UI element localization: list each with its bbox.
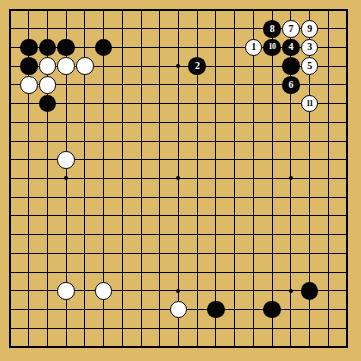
grid-line-v-11 [215, 9, 216, 348]
white-stone-k3[interactable] [170, 301, 188, 319]
black-stone-b16[interactable] [20, 57, 38, 75]
white-stone-d11[interactable] [57, 151, 75, 169]
grid-line-h-17 [9, 328, 348, 329]
grid-line-h-18 [9, 346, 348, 348]
black-stone-m3[interactable] [207, 301, 225, 319]
star-point [176, 64, 180, 68]
grid-line-v-14 [272, 9, 273, 348]
move-number: 8 [270, 23, 275, 33]
move-5-white-stone-r16[interactable]: 5 [301, 57, 319, 75]
move-number: 6 [289, 79, 294, 89]
black-stone-f17[interactable] [95, 39, 113, 57]
move-3-white-stone-r17[interactable]: 3 [301, 39, 319, 57]
move-1-white-stone-o17[interactable]: 1 [245, 39, 263, 57]
grid-line-h-14 [9, 272, 348, 273]
move-number: 2 [195, 61, 200, 71]
white-stone-c16[interactable] [39, 57, 57, 75]
white-stone-b15[interactable] [20, 76, 38, 94]
white-stone-d16[interactable] [57, 57, 75, 75]
move-2-black-stone-l16[interactable]: 2 [188, 57, 206, 75]
move-number: 7 [289, 23, 294, 33]
go-board-diagram: 1234567891011 [0, 0, 361, 361]
black-stone-p3[interactable] [263, 301, 281, 319]
move-number: 11 [306, 99, 313, 107]
grid-line-v-18 [346, 9, 348, 348]
black-stone-r4[interactable] [301, 282, 319, 300]
star-point [176, 176, 180, 180]
grid-line-v-13 [253, 9, 254, 348]
star-point [289, 289, 293, 293]
black-stone-q16[interactable] [282, 57, 300, 75]
move-number: 9 [307, 23, 312, 33]
black-stone-d17[interactable] [57, 39, 75, 57]
move-number: 10 [269, 43, 276, 51]
white-stone-c15[interactable] [39, 76, 57, 94]
move-9-white-stone-r18[interactable]: 9 [301, 20, 319, 38]
black-stone-c17[interactable] [39, 39, 57, 57]
grid-line-h-13 [9, 253, 348, 254]
move-number: 1 [251, 42, 256, 52]
star-point [64, 176, 68, 180]
move-4-black-stone-q17[interactable]: 4 [282, 39, 300, 57]
move-number: 5 [307, 61, 312, 71]
grid-line-h-11 [9, 215, 348, 216]
white-stone-e16[interactable] [76, 57, 94, 75]
black-stone-c14[interactable] [39, 95, 57, 113]
grid-line-h-12 [9, 234, 348, 235]
go-board[interactable]: 1234567891011 [0, 0, 361, 361]
move-6-black-stone-q15[interactable]: 6 [282, 76, 300, 94]
move-10-black-stone-p17[interactable]: 10 [263, 39, 281, 57]
move-11-white-stone-r14[interactable]: 11 [301, 95, 319, 113]
white-stone-f4[interactable] [95, 282, 113, 300]
star-point [289, 176, 293, 180]
move-8-black-stone-p18[interactable]: 8 [263, 20, 281, 38]
white-stone-d4[interactable] [57, 282, 75, 300]
move-number: 4 [289, 42, 294, 52]
black-stone-b17[interactable] [20, 39, 38, 57]
grid-line-h-10 [9, 197, 348, 198]
move-number: 3 [307, 42, 312, 52]
star-point [176, 289, 180, 293]
grid-line-v-17 [328, 9, 329, 348]
move-7-white-stone-q18[interactable]: 7 [282, 20, 300, 38]
grid-line-v-12 [234, 9, 235, 348]
